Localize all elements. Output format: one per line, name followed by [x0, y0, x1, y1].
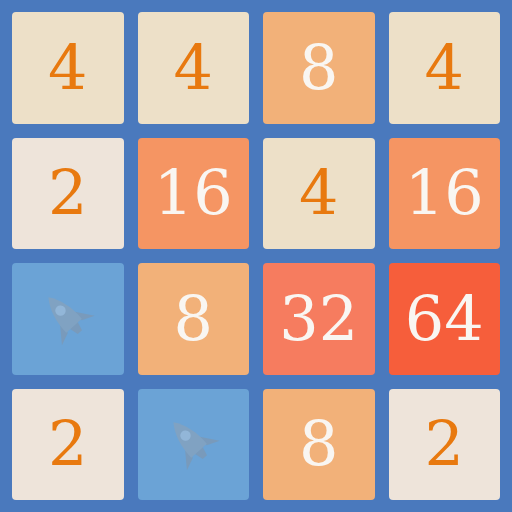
rocket-icon [25, 276, 107, 358]
tile-4: 4 [263, 138, 375, 250]
tile-2: 2 [12, 389, 124, 501]
tile-32: 32 [263, 263, 375, 375]
board-2048[interactable]: 4484216416 832642 82 [0, 0, 512, 512]
tile-4: 4 [138, 12, 250, 124]
tile-16: 16 [138, 138, 250, 250]
tile-empty [138, 389, 250, 501]
tile-64: 64 [389, 263, 501, 375]
tile-2: 2 [389, 389, 501, 501]
tile-8: 8 [138, 263, 250, 375]
tile-empty [12, 263, 124, 375]
tile-4: 4 [389, 12, 501, 124]
tile-4: 4 [12, 12, 124, 124]
tile-8: 8 [263, 12, 375, 124]
rocket-icon [151, 402, 233, 484]
tile-2: 2 [12, 138, 124, 250]
tile-16: 16 [389, 138, 501, 250]
tile-8: 8 [263, 389, 375, 501]
